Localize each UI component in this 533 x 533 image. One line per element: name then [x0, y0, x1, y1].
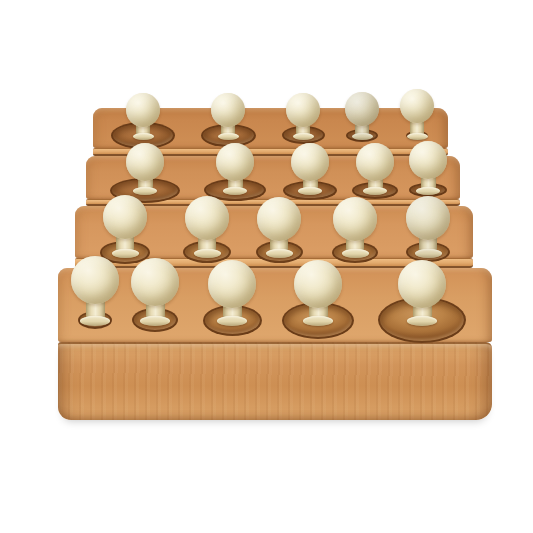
- knob-base: [407, 316, 437, 326]
- knob-ball: [356, 143, 394, 181]
- knob-base: [133, 133, 154, 140]
- knob-base: [217, 316, 247, 326]
- knob-base: [133, 187, 157, 195]
- knob-r1c4[interactable]: [345, 92, 379, 141]
- knob-r2c3[interactable]: [291, 143, 329, 196]
- knob-r3c4[interactable]: [333, 197, 377, 259]
- knob-ball: [103, 195, 147, 239]
- knob-r3c5[interactable]: [406, 196, 450, 259]
- knob-base: [415, 249, 442, 258]
- knob-base: [352, 133, 373, 140]
- knob-ball: [291, 143, 329, 181]
- knob-ball: [286, 93, 320, 127]
- product-photo-scene: [0, 0, 533, 533]
- knob-ball: [409, 141, 447, 179]
- knob-r2c4[interactable]: [356, 143, 394, 196]
- knob-ball: [406, 196, 450, 240]
- knob-ball: [257, 197, 301, 241]
- knob-r3c3[interactable]: [257, 197, 301, 259]
- knob-r2c2[interactable]: [216, 143, 254, 196]
- knob-base: [303, 316, 333, 326]
- knob-base: [342, 249, 369, 258]
- knob-r4c4[interactable]: [294, 260, 342, 327]
- knob-base: [293, 133, 314, 140]
- knob-ball: [71, 256, 119, 304]
- block-4-front-face: [58, 342, 492, 420]
- knob-r1c3[interactable]: [286, 93, 320, 141]
- knob-base: [218, 133, 239, 140]
- knob-ball: [294, 260, 342, 308]
- block-4: [58, 268, 492, 420]
- knob-base: [140, 316, 170, 326]
- knob-r4c3[interactable]: [208, 260, 256, 327]
- knob-r1c5[interactable]: [400, 89, 434, 141]
- knob-base: [266, 249, 293, 258]
- knob-base: [223, 187, 247, 195]
- knob-base: [80, 316, 110, 326]
- knob-r1c1[interactable]: [126, 93, 160, 141]
- knob-ball: [185, 196, 229, 240]
- knob-ball: [333, 197, 377, 241]
- montessori-cylinder-blocks: [0, 0, 533, 533]
- knob-r4c1[interactable]: [71, 256, 119, 327]
- knob-r2c5[interactable]: [409, 141, 447, 196]
- knob-base: [416, 187, 440, 195]
- knob-r4c2[interactable]: [131, 258, 179, 327]
- knob-base: [363, 187, 387, 195]
- knob-r1c2[interactable]: [211, 93, 245, 141]
- knob-r4c5[interactable]: [398, 260, 446, 327]
- knob-r2c1[interactable]: [126, 143, 164, 196]
- knob-r3c1[interactable]: [103, 195, 147, 259]
- knob-ball: [126, 143, 164, 181]
- knob-ball: [398, 260, 446, 308]
- knob-base: [298, 187, 322, 195]
- knob-ball: [400, 89, 434, 123]
- knob-ball: [211, 93, 245, 127]
- knob-ball: [216, 143, 254, 181]
- knob-ball: [345, 92, 379, 126]
- knob-base: [194, 249, 221, 258]
- knob-ball: [208, 260, 256, 308]
- knob-r3c2[interactable]: [185, 196, 229, 259]
- knob-ball: [126, 93, 160, 127]
- knob-base: [407, 133, 428, 140]
- knob-ball: [131, 258, 179, 306]
